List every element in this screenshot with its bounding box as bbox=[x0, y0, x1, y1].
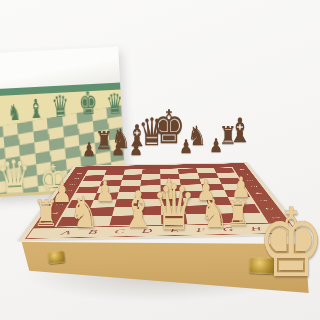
dark-pawn-g7[interactable]: ♟ bbox=[209, 136, 223, 155]
light-king-h1[interactable]: ♚ bbox=[257, 196, 320, 291]
light-queen-e2[interactable]: ♛ bbox=[152, 177, 196, 239]
dark-pawn-a7[interactable]: ♟ bbox=[82, 140, 96, 159]
light-rook-a2[interactable]: ♜ bbox=[33, 196, 59, 232]
light-pawn-c3[interactable]: ♟ bbox=[95, 178, 115, 206]
dark-pawn-c7[interactable]: ♟ bbox=[129, 139, 143, 158]
light-knight-f2[interactable]: ♞ bbox=[200, 193, 229, 233]
light-rook-g2[interactable]: ♜ bbox=[226, 196, 250, 230]
piece-layer: ♜♞♝♛♚♞♜♝♟♟♟♟♟♟♜♞♟♝♟♛♟♞♟♜♚ bbox=[0, 0, 320, 320]
dark-pawn-e7[interactable]: ♟ bbox=[179, 137, 193, 156]
dark-bishop-h8[interactable]: ♝ bbox=[228, 113, 252, 147]
product-photo-stage: ♞♝♛♚♛♝♜ ♛♚♝ S ABCDEFGH 87654321 87654321… bbox=[0, 0, 320, 320]
light-bishop-d2[interactable]: ♝ bbox=[120, 185, 156, 235]
dark-pawn-b7[interactable]: ♟ bbox=[111, 139, 125, 158]
